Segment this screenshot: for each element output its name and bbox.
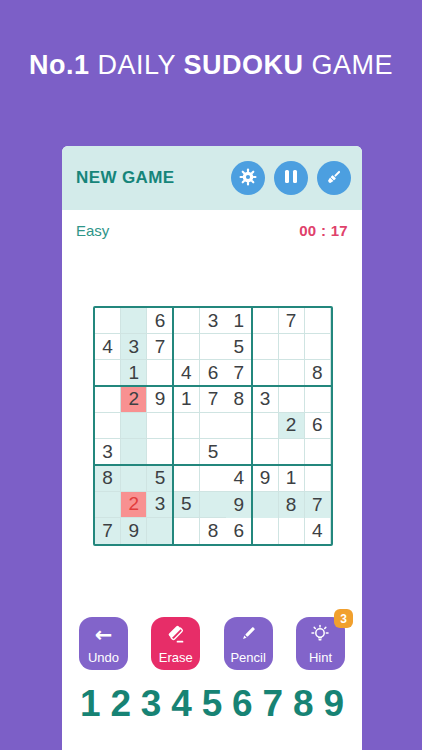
cell-r5c4[interactable]: [174, 413, 200, 439]
num-key-9[interactable]: 9: [323, 683, 344, 725]
box-divider-horizontal-1: [95, 385, 331, 387]
cell-r5c1[interactable]: [95, 413, 121, 439]
cell-r7c7[interactable]: 9: [252, 465, 278, 491]
cell-r2c4[interactable]: [174, 334, 200, 360]
cell-r5c8[interactable]: 2: [279, 413, 305, 439]
undo-arrow-icon: ←: [95, 625, 113, 645]
cell-r9c4[interactable]: [174, 518, 200, 544]
cell-r3c6[interactable]: 7: [226, 360, 252, 386]
cell-r5c9[interactable]: 6: [305, 413, 331, 439]
cell-r2c8[interactable]: [279, 334, 305, 360]
cell-r2c2[interactable]: 3: [121, 334, 147, 360]
cell-r8c9[interactable]: 7: [305, 492, 331, 518]
cell-r7c6[interactable]: 4: [226, 465, 252, 491]
page-title-part-bold2: SUDOKU: [184, 50, 304, 80]
cell-r6c7[interactable]: [252, 439, 278, 465]
difficulty-label: Easy: [76, 222, 109, 239]
cell-r2c1[interactable]: 4: [95, 334, 121, 360]
cell-r9c3[interactable]: [147, 518, 173, 544]
paintbrush-icon: [324, 167, 344, 190]
app-header: NEW GAME: [62, 146, 362, 210]
cell-r4c1[interactable]: [95, 387, 121, 413]
cell-r8c4[interactable]: 5: [174, 492, 200, 518]
cell-r1c4[interactable]: [174, 308, 200, 334]
cell-r1c1[interactable]: [95, 308, 121, 334]
page-title: No.1 DAILY SUDOKU GAME: [0, 50, 422, 81]
cell-r6c9[interactable]: [305, 439, 331, 465]
hint-label: Hint: [309, 650, 332, 665]
cell-r4c2[interactable]: 2: [121, 387, 147, 413]
cell-r7c4[interactable]: [174, 465, 200, 491]
cell-r6c6[interactable]: [226, 439, 252, 465]
cell-r6c4[interactable]: [174, 439, 200, 465]
cell-r3c8[interactable]: [279, 360, 305, 386]
cell-r8c3[interactable]: 3: [147, 492, 173, 518]
cell-r7c8[interactable]: 1: [279, 465, 305, 491]
app-title: NEW GAME: [76, 168, 222, 188]
num-key-7[interactable]: 7: [263, 683, 284, 725]
pencil-label: Pencil: [230, 650, 265, 665]
status-row: Easy 00 : 17: [62, 210, 362, 250]
cell-r8c7[interactable]: [252, 492, 278, 518]
cell-r7c9[interactable]: [305, 465, 331, 491]
cell-r1c6[interactable]: 1: [226, 308, 252, 334]
cell-r3c1[interactable]: [95, 360, 121, 386]
cell-r8c2[interactable]: 2: [121, 492, 147, 518]
lightbulb-icon: [308, 622, 332, 649]
cell-r6c5[interactable]: 5: [200, 439, 226, 465]
cell-r9c9[interactable]: 4: [305, 518, 331, 544]
cell-r2c3[interactable]: 7: [147, 334, 173, 360]
number-pad: 123456789: [62, 683, 362, 725]
cell-r9c7[interactable]: [252, 518, 278, 544]
erase-label: Erase: [159, 650, 193, 665]
cell-r1c3[interactable]: 6: [147, 308, 173, 334]
cell-r5c2[interactable]: [121, 413, 147, 439]
cell-r2c5[interactable]: [200, 334, 226, 360]
pause-icon: [283, 170, 299, 186]
gear-icon: [238, 167, 258, 190]
hint-badge: 3: [334, 609, 353, 628]
cell-r4c3[interactable]: 9: [147, 387, 173, 413]
cell-r3c7[interactable]: [252, 360, 278, 386]
page-title-part-bold1: No.1: [29, 50, 90, 80]
cell-r2c9[interactable]: [305, 334, 331, 360]
box-divider-vertical-2: [251, 308, 253, 544]
cell-r7c3[interactable]: 5: [147, 465, 173, 491]
cell-r3c9[interactable]: 8: [305, 360, 331, 386]
cell-r7c1[interactable]: 8: [95, 465, 121, 491]
toolbar: ← Undo Erase: [62, 617, 362, 670]
undo-button[interactable]: ← Undo: [79, 617, 128, 670]
num-key-4[interactable]: 4: [171, 683, 192, 725]
cell-r8c5[interactable]: [200, 492, 226, 518]
eraser-icon: [164, 622, 187, 648]
cell-r9c1[interactable]: 7: [95, 518, 121, 544]
num-key-6[interactable]: 6: [232, 683, 253, 725]
cell-r6c3[interactable]: [147, 439, 173, 465]
cell-r1c5[interactable]: 3: [200, 308, 226, 334]
cell-r9c8[interactable]: [279, 518, 305, 544]
pencil-button[interactable]: Pencil: [224, 617, 273, 670]
cell-r1c8[interactable]: 7: [279, 308, 305, 334]
cell-r7c2[interactable]: [121, 465, 147, 491]
box-divider-vertical-1: [172, 308, 174, 544]
cell-r4c4[interactable]: 1: [174, 387, 200, 413]
cell-r2c6[interactable]: 5: [226, 334, 252, 360]
cell-r1c2[interactable]: [121, 308, 147, 334]
num-key-5[interactable]: 5: [202, 683, 223, 725]
cell-r5c5[interactable]: [200, 413, 226, 439]
cell-r3c2[interactable]: 1: [121, 360, 147, 386]
timer-label: 00 : 17: [299, 222, 348, 239]
cell-r9c2[interactable]: 9: [121, 518, 147, 544]
num-key-3[interactable]: 3: [141, 683, 162, 725]
cell-r2c7[interactable]: [252, 334, 278, 360]
num-key-1[interactable]: 1: [80, 683, 101, 725]
cell-r3c5[interactable]: 6: [200, 360, 226, 386]
cell-r8c8[interactable]: 8: [279, 492, 305, 518]
cell-r7c5[interactable]: [200, 465, 226, 491]
page-title-part-reg2: GAME: [304, 50, 394, 80]
cell-r3c4[interactable]: 4: [174, 360, 200, 386]
pause-button[interactable]: [274, 161, 308, 195]
erase-button[interactable]: Erase: [151, 617, 200, 670]
num-key-8[interactable]: 8: [293, 683, 314, 725]
page-title-part-reg1: DAILY: [89, 50, 183, 80]
cell-r4c5[interactable]: 7: [200, 387, 226, 413]
cell-r8c1[interactable]: [95, 492, 121, 518]
undo-label: Undo: [88, 650, 119, 665]
theme-button[interactable]: [317, 161, 351, 195]
cell-r8c6[interactable]: 9: [226, 492, 252, 518]
cell-r1c7[interactable]: [252, 308, 278, 334]
cell-r4c7[interactable]: 3: [252, 387, 278, 413]
cell-r5c7[interactable]: [252, 413, 278, 439]
cell-r1c9[interactable]: [305, 308, 331, 334]
sudoku-board: 631743751467829178326358549123598779864: [93, 306, 333, 546]
phone-frame: NEW GAME: [62, 146, 362, 750]
cell-r4c6[interactable]: 8: [226, 387, 252, 413]
num-key-2[interactable]: 2: [110, 683, 131, 725]
cell-r6c2[interactable]: [121, 439, 147, 465]
cell-r5c3[interactable]: [147, 413, 173, 439]
hint-button[interactable]: Hint 3: [296, 617, 345, 670]
cell-r6c8[interactable]: [279, 439, 305, 465]
settings-button[interactable]: [231, 161, 265, 195]
cell-r9c6[interactable]: 6: [226, 518, 252, 544]
box-divider-horizontal-2: [95, 464, 331, 466]
cell-r3c3[interactable]: [147, 360, 173, 386]
cell-r4c9[interactable]: [305, 387, 331, 413]
cell-r4c8[interactable]: [279, 387, 305, 413]
cell-r5c6[interactable]: [226, 413, 252, 439]
pencil-icon: [238, 623, 259, 647]
cell-r9c5[interactable]: 8: [200, 518, 226, 544]
cell-r6c1[interactable]: 3: [95, 439, 121, 465]
